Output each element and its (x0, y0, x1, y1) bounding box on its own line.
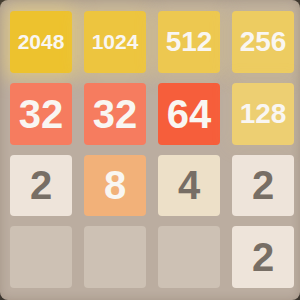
tile-256: 256 (232, 11, 294, 73)
tile-2: 2 (232, 226, 294, 288)
empty-cell (10, 226, 72, 288)
tile-32: 32 (84, 83, 146, 145)
tile-8: 8 (84, 155, 146, 217)
tile-128: 128 (232, 83, 294, 145)
empty-cell (158, 226, 220, 288)
game-board-2048[interactable]: 2048102451225632326412828422 (0, 0, 300, 300)
tile-512: 512 (158, 11, 220, 73)
tile-2: 2 (10, 155, 72, 217)
tile-2048: 2048 (10, 11, 72, 73)
tile-2: 2 (232, 155, 294, 217)
tile-1024: 1024 (84, 11, 146, 73)
tile-64: 64 (158, 83, 220, 145)
tile-32: 32 (10, 83, 72, 145)
empty-cell (84, 226, 146, 288)
tile-4: 4 (158, 155, 220, 217)
